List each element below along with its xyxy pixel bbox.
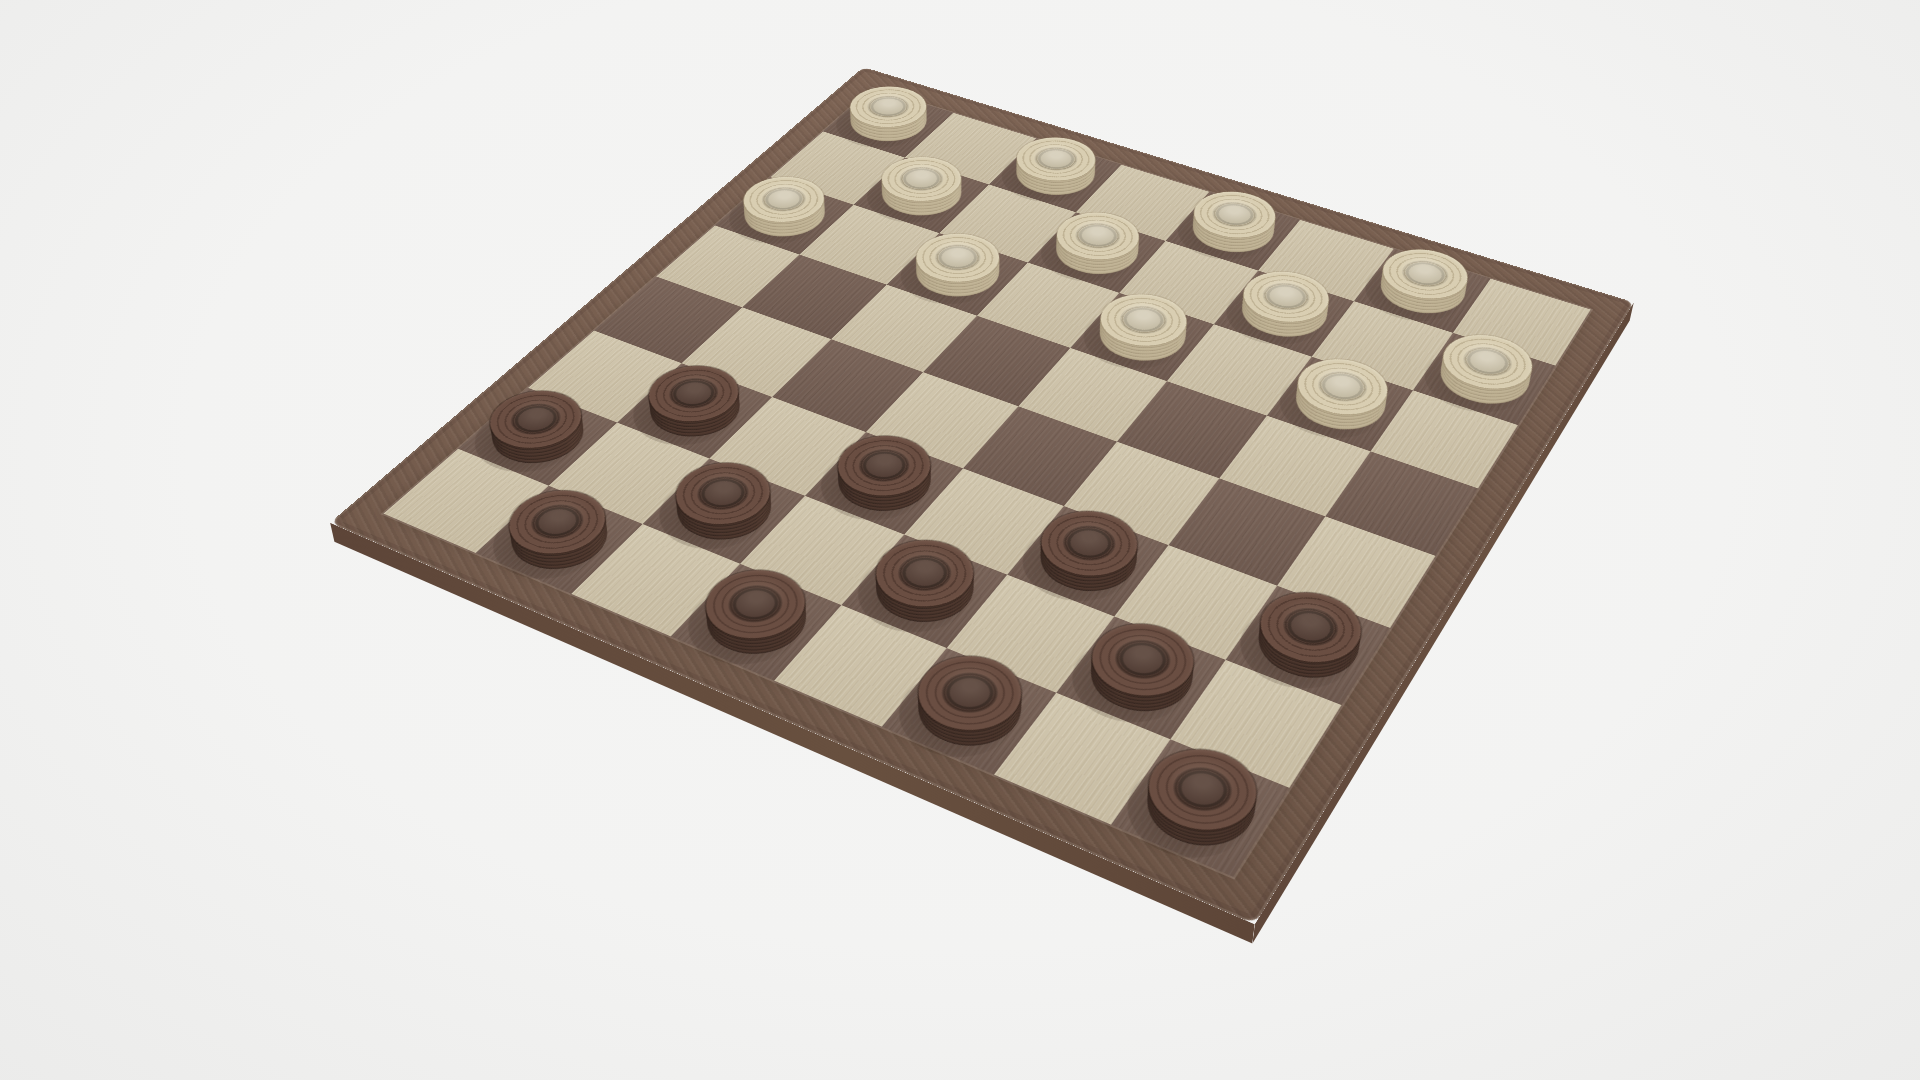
checker-piece-dark-r5c3[interactable]	[821, 442, 947, 524]
scene	[0, 0, 1920, 1080]
checker-piece-dark-r7c1[interactable]	[493, 496, 627, 583]
checker-piece-dark-r6c2[interactable]	[659, 469, 789, 553]
checker-piece-dark-r6c0[interactable]	[474, 397, 601, 475]
checker-piece-dark-r6c6[interactable]	[1073, 628, 1208, 726]
checker-piece-dark-r7c5[interactable]	[900, 660, 1040, 761]
checker-piece-white-r2c6[interactable]	[1282, 366, 1399, 442]
checker-piece-dark-r5c7[interactable]	[1242, 597, 1374, 692]
checker-piece-dark-r5c5[interactable]	[1024, 517, 1153, 605]
checker-piece-dark-r7c7[interactable]	[1129, 752, 1272, 862]
checker-piece-dark-r6c4[interactable]	[858, 545, 991, 636]
checker-piece-dark-r7c3[interactable]	[688, 575, 825, 668]
